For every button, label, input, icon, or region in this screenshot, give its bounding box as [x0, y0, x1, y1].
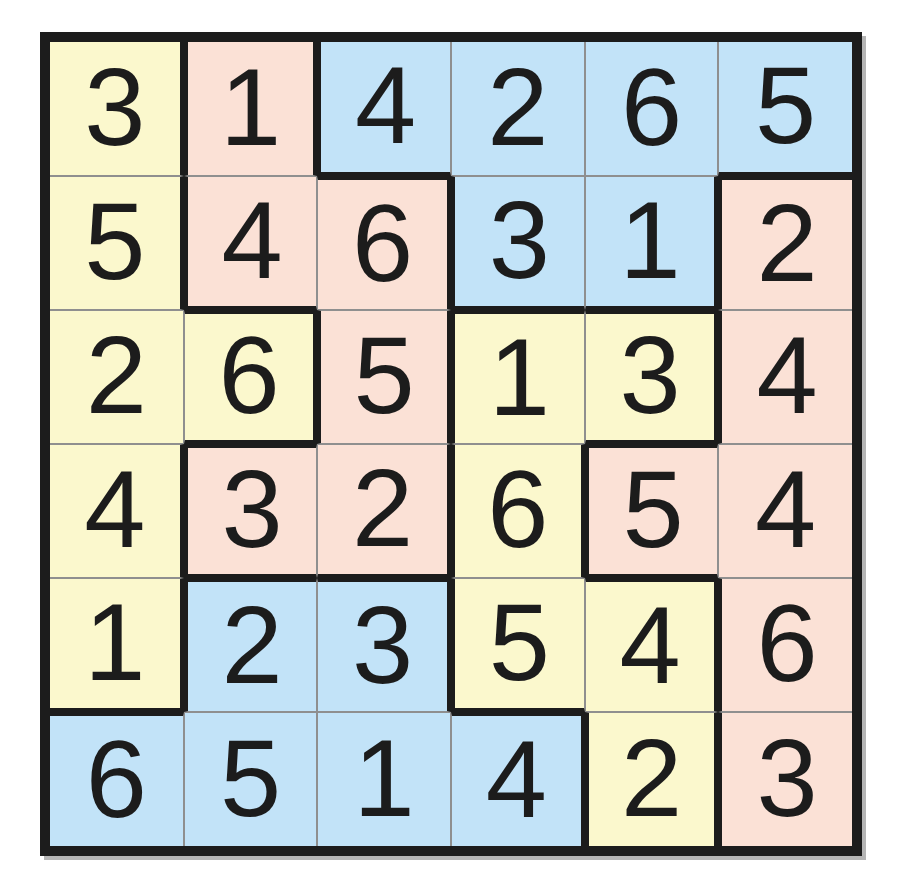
cell-value: 6	[757, 588, 818, 698]
cell-r2c5[interactable]: 1	[585, 176, 719, 310]
cell-value: 5	[220, 723, 281, 833]
cell-r4c1[interactable]: 4	[50, 444, 184, 578]
cell-value: 2	[757, 188, 818, 298]
puzzle-grid: 314265546312265134432654123546651423	[50, 42, 852, 846]
cell-r5c3[interactable]: 3	[317, 578, 451, 712]
cell-r6c3[interactable]: 1	[317, 712, 451, 846]
cell-r4c4[interactable]: 6	[451, 444, 585, 578]
cell-r3c3[interactable]: 5	[317, 310, 451, 444]
cell-value: 2	[352, 453, 413, 563]
cell-value: 3	[619, 320, 680, 430]
cell-value: 5	[755, 50, 816, 160]
cell-r2c2[interactable]: 4	[184, 176, 318, 310]
cell-r5c2[interactable]: 2	[184, 578, 318, 712]
cell-value: 3	[489, 185, 550, 295]
cell-value: 4	[619, 590, 680, 700]
cell-value: 4	[355, 50, 416, 160]
cell-value: 6	[621, 52, 682, 162]
cell-r2c6[interactable]: 2	[718, 176, 852, 310]
cell-value: 1	[619, 185, 680, 295]
cell-r1c6[interactable]: 5	[718, 42, 852, 176]
cell-value: 6	[218, 320, 279, 430]
cell-value: 2	[86, 320, 147, 430]
cell-r1c3[interactable]: 4	[317, 42, 451, 176]
cell-value: 6	[86, 724, 147, 834]
cell-r2c1[interactable]: 5	[50, 176, 184, 310]
cell-r5c1[interactable]: 1	[50, 578, 184, 712]
cell-value: 4	[84, 454, 145, 564]
cell-value: 6	[487, 454, 548, 564]
cell-r4c6[interactable]: 4	[718, 444, 852, 578]
cell-value: 1	[220, 52, 281, 162]
cell-value: 6	[352, 188, 413, 298]
cell-value: 1	[84, 587, 145, 697]
cell-value: 4	[486, 724, 547, 834]
cell-value: 3	[221, 454, 282, 564]
cell-value: 4	[221, 185, 282, 295]
puzzle-board: 314265546312265134432654123546651423	[40, 32, 862, 856]
cell-value: 2	[487, 52, 548, 162]
cell-r2c4[interactable]: 3	[451, 176, 585, 310]
cell-value: 1	[354, 723, 415, 833]
cell-r4c3[interactable]: 2	[317, 444, 451, 578]
cell-r1c2[interactable]: 1	[184, 42, 318, 176]
cell-r6c5[interactable]: 2	[585, 712, 719, 846]
cell-r5c5[interactable]: 4	[585, 578, 719, 712]
cell-value: 3	[84, 52, 145, 162]
cell-value: 5	[354, 320, 415, 430]
cell-r6c4[interactable]: 4	[451, 712, 585, 846]
cell-value: 2	[621, 723, 682, 833]
cell-value: 4	[757, 320, 818, 430]
cell-r4c2[interactable]: 3	[184, 444, 318, 578]
cell-value: 5	[622, 454, 683, 564]
cell-r3c6[interactable]: 4	[718, 310, 852, 444]
cell-r1c5[interactable]: 6	[585, 42, 719, 176]
cell-r6c6[interactable]: 3	[718, 712, 852, 846]
cell-r3c5[interactable]: 3	[585, 310, 719, 444]
cell-r4c5[interactable]: 5	[585, 444, 719, 578]
cell-r6c1[interactable]: 6	[50, 712, 184, 846]
cell-r6c2[interactable]: 5	[184, 712, 318, 846]
cell-value: 3	[352, 590, 413, 700]
cell-r5c6[interactable]: 6	[718, 578, 852, 712]
cell-value: 4	[755, 454, 816, 564]
cell-value: 3	[757, 723, 818, 833]
cell-r2c3[interactable]: 6	[317, 176, 451, 310]
cell-r3c2[interactable]: 6	[184, 310, 318, 444]
cell-value: 1	[489, 322, 550, 432]
cell-value: 5	[84, 186, 145, 296]
cell-value: 5	[489, 587, 550, 697]
cell-r3c1[interactable]: 2	[50, 310, 184, 444]
cell-r1c4[interactable]: 2	[451, 42, 585, 176]
cell-r5c4[interactable]: 5	[451, 578, 585, 712]
cell-r1c1[interactable]: 3	[50, 42, 184, 176]
cell-r3c4[interactable]: 1	[451, 310, 585, 444]
cell-value: 2	[221, 590, 282, 700]
